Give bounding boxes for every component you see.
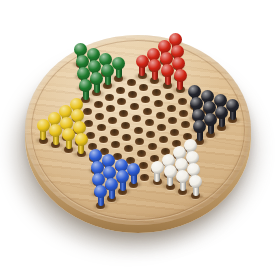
peg-ball <box>94 185 107 198</box>
peg-ball <box>75 133 88 146</box>
peg-blue[interactable] <box>93 185 109 210</box>
peg-ball <box>189 175 202 188</box>
peg-white[interactable] <box>188 175 204 200</box>
product-photo <box>0 0 275 275</box>
peg-ball <box>174 69 187 82</box>
pegs-layer <box>0 0 275 275</box>
peg-ball <box>193 120 206 133</box>
peg-ball <box>79 79 92 92</box>
